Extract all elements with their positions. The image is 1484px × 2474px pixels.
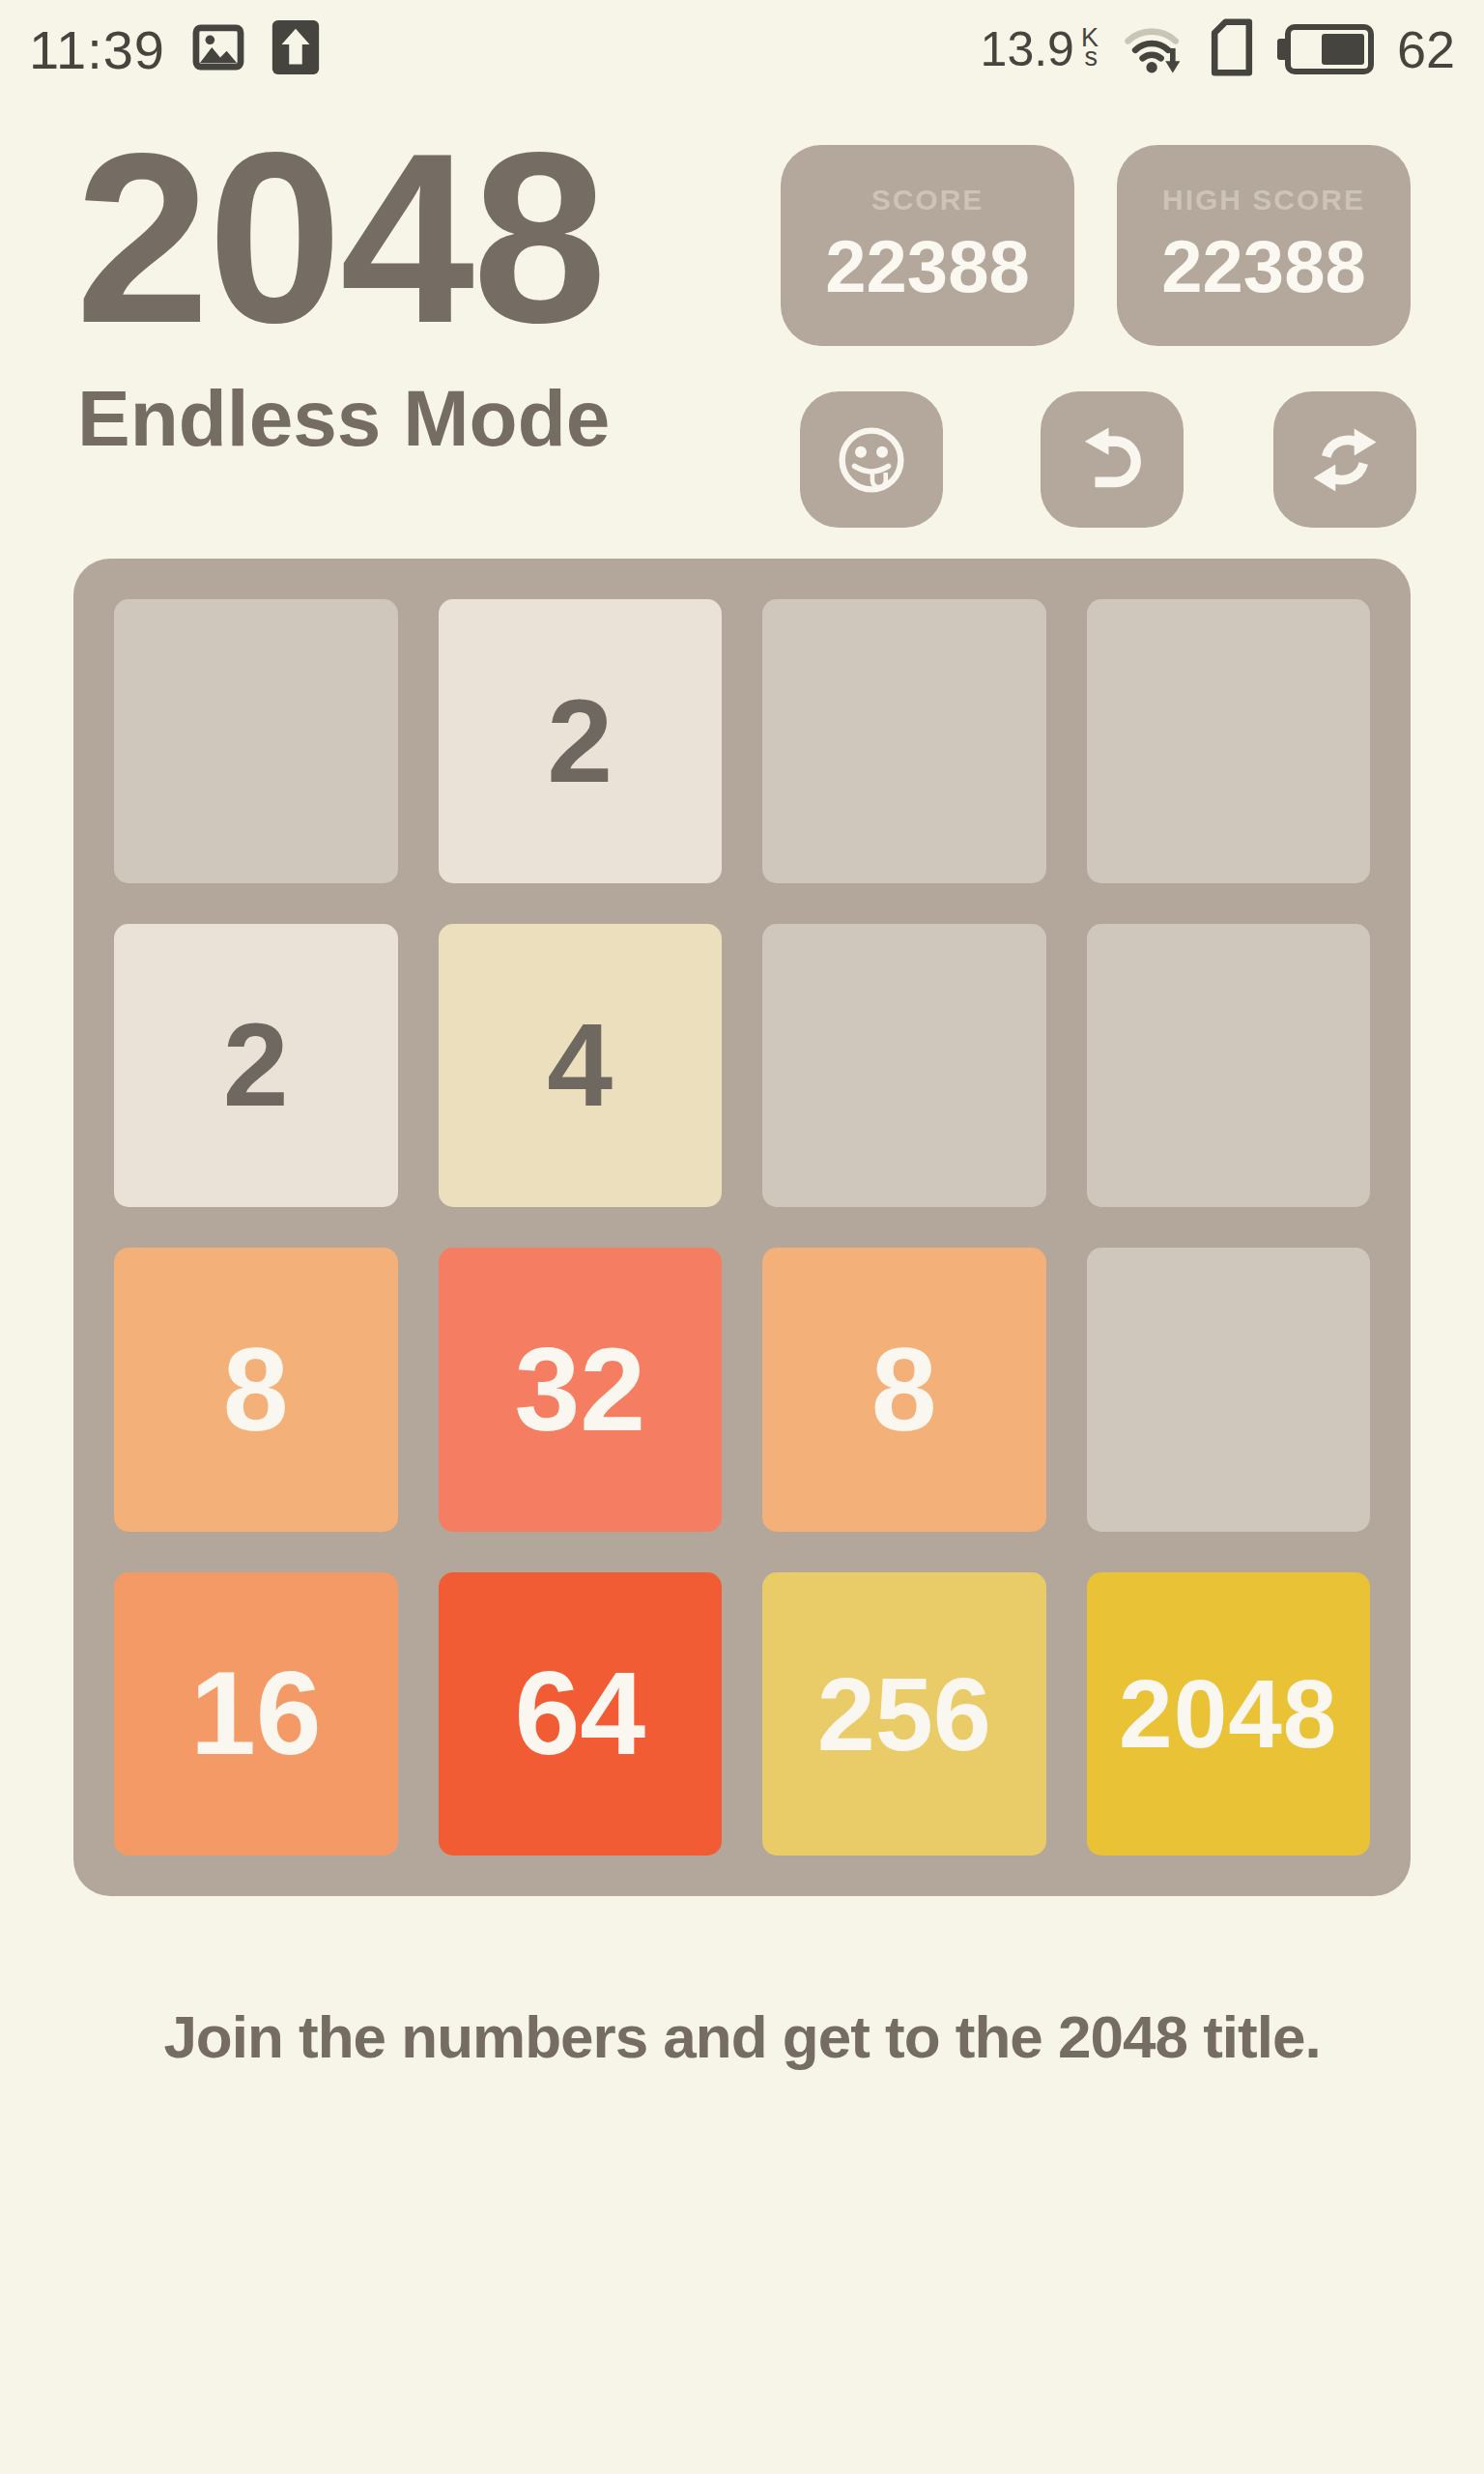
sim-card-icon <box>1210 18 1254 80</box>
status-bar: 11:39 13.9 Ks <box>0 0 1484 93</box>
empty-cell <box>1087 599 1371 883</box>
battery-percent: 62 <box>1397 19 1455 79</box>
undo-button[interactable] <box>1041 391 1184 528</box>
upload-icon <box>271 20 320 78</box>
status-bar-right: 13.9 Ks <box>981 18 1455 80</box>
tongue-emoji-icon <box>827 416 916 504</box>
score-box: SCORE 22388 <box>781 145 1074 346</box>
undo-icon <box>1070 417 1155 503</box>
tile-2: 2 <box>114 924 398 1208</box>
empty-cell <box>1087 924 1371 1208</box>
app-title: 2048 <box>75 118 605 360</box>
mode-label: Endless Mode <box>77 373 610 464</box>
tile-8: 8 <box>762 1248 1046 1532</box>
high-score-box: HIGH SCORE 22388 <box>1117 145 1411 346</box>
network-speed-unit: Ks <box>1080 26 1098 73</box>
restart-icon <box>1302 417 1387 503</box>
tile-64: 64 <box>439 1572 723 1856</box>
battery-icon <box>1277 24 1374 74</box>
tile-8: 8 <box>114 1248 398 1532</box>
tile-2048: 2048 <box>1087 1572 1371 1856</box>
tile-4: 4 <box>439 924 723 1208</box>
empty-cell <box>762 924 1046 1208</box>
network-speed: 13.9 Ks <box>981 21 1098 77</box>
tile-16: 16 <box>114 1572 398 1856</box>
instruction-text: Join the numbers and get to the 2048 tit… <box>0 2002 1484 2071</box>
board[interactable]: 224832816642562048 <box>73 559 1411 1896</box>
empty-cell <box>114 599 398 883</box>
tile-32: 32 <box>439 1248 723 1532</box>
wifi-icon <box>1121 18 1186 80</box>
tile-2: 2 <box>439 599 723 883</box>
screen: 11:39 13.9 Ks <box>0 0 1484 2474</box>
picture-icon <box>192 24 244 74</box>
score-value: 22388 <box>825 224 1029 308</box>
restart-button[interactable] <box>1273 391 1416 528</box>
clock: 11:39 <box>29 18 165 81</box>
emoji-mood-button[interactable] <box>800 391 943 528</box>
empty-cell <box>762 599 1046 883</box>
empty-cell <box>1087 1248 1371 1532</box>
status-bar-left: 11:39 <box>29 18 320 81</box>
tile-256: 256 <box>762 1572 1046 1856</box>
high-score-value: 22388 <box>1161 224 1365 308</box>
high-score-label: HIGH SCORE <box>1162 184 1365 216</box>
score-label: SCORE <box>871 184 985 216</box>
